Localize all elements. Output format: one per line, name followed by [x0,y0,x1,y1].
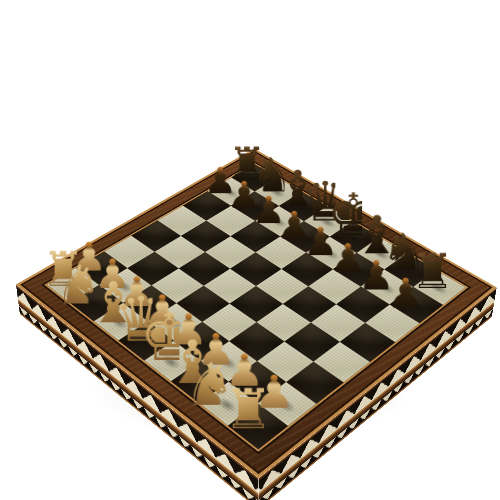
product-photo-scene: ♜♞♝♛♚♝♞♜♟♟♟♟♟♟♟♟♟♟♟♟♟♟♟♟♜♞♝♛♚♝♞♜ [0,0,500,500]
piece-white-rook[interactable]: ♜ [223,383,266,436]
piece-black-pawn[interactable]: ♟ [387,274,425,313]
